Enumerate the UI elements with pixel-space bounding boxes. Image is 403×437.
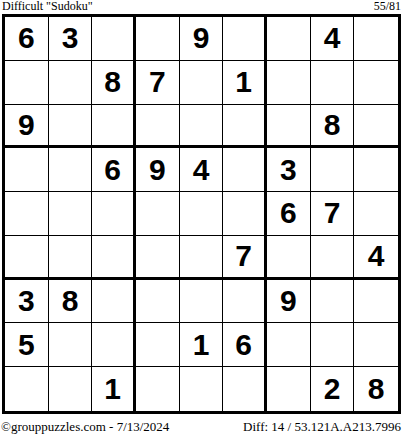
cell-r1c3[interactable] xyxy=(92,17,136,61)
cell-r3c6[interactable] xyxy=(223,105,267,149)
cell-r1c9[interactable] xyxy=(354,17,398,61)
cell-r4c9[interactable] xyxy=(354,148,398,192)
cell-r5c7[interactable]: 6 xyxy=(267,192,311,236)
cell-r4c3[interactable]: 6 xyxy=(92,148,136,192)
cell-r6c6[interactable]: 7 xyxy=(223,236,267,280)
cell-r2c8[interactable] xyxy=(311,61,355,105)
cell-r2c7[interactable] xyxy=(267,61,311,105)
cell-r5c3[interactable] xyxy=(92,192,136,236)
cell-r1c5[interactable]: 9 xyxy=(180,17,224,61)
cell-r6c9[interactable]: 4 xyxy=(354,236,398,280)
cells-remaining-counter: 55/81 xyxy=(374,0,401,13)
cell-r1c8[interactable]: 4 xyxy=(311,17,355,61)
cell-r9c2[interactable] xyxy=(49,367,93,411)
cell-r5c1[interactable] xyxy=(5,192,49,236)
cell-r7c7[interactable]: 9 xyxy=(267,280,311,324)
cell-r1c4[interactable] xyxy=(136,17,180,61)
cell-r4c4[interactable]: 9 xyxy=(136,148,180,192)
cell-r1c2[interactable]: 3 xyxy=(49,17,93,61)
cell-r9c4[interactable] xyxy=(136,367,180,411)
cell-r6c5[interactable] xyxy=(180,236,224,280)
cell-r3c2[interactable] xyxy=(49,105,93,149)
cell-r2c5[interactable] xyxy=(180,61,224,105)
cell-r8c4[interactable] xyxy=(136,323,180,367)
cell-r5c5[interactable] xyxy=(180,192,224,236)
cell-r1c6[interactable] xyxy=(223,17,267,61)
cell-r2c1[interactable] xyxy=(5,61,49,105)
cell-r7c3[interactable] xyxy=(92,280,136,324)
cell-r9c3[interactable]: 1 xyxy=(92,367,136,411)
cell-r4c2[interactable] xyxy=(49,148,93,192)
cell-r1c1[interactable]: 6 xyxy=(5,17,49,61)
cell-r8c3[interactable] xyxy=(92,323,136,367)
sudoku-page: Difficult "Sudoku" 55/81 639487198694367… xyxy=(0,0,403,437)
cell-r4c5[interactable]: 4 xyxy=(180,148,224,192)
cell-r3c5[interactable] xyxy=(180,105,224,149)
cell-r6c8[interactable] xyxy=(311,236,355,280)
cell-r9c8[interactable]: 2 xyxy=(311,367,355,411)
footer: ©grouppuzzles.com - 7/13/2024 Diff: 14 /… xyxy=(1,419,401,434)
cell-r2c3[interactable]: 8 xyxy=(92,61,136,105)
cell-r4c1[interactable] xyxy=(5,148,49,192)
cell-r9c6[interactable] xyxy=(223,367,267,411)
cell-r8c1[interactable]: 5 xyxy=(5,323,49,367)
cell-r7c1[interactable]: 3 xyxy=(5,280,49,324)
cell-r6c1[interactable] xyxy=(5,236,49,280)
cell-r5c9[interactable] xyxy=(354,192,398,236)
cell-r8c5[interactable]: 1 xyxy=(180,323,224,367)
cell-r3c7[interactable] xyxy=(267,105,311,149)
cell-r5c4[interactable] xyxy=(136,192,180,236)
cell-r4c7[interactable]: 3 xyxy=(267,148,311,192)
cell-r2c9[interactable] xyxy=(354,61,398,105)
cell-r8c2[interactable] xyxy=(49,323,93,367)
cell-r9c5[interactable] xyxy=(180,367,224,411)
cell-r2c4[interactable]: 7 xyxy=(136,61,180,105)
cell-r8c8[interactable] xyxy=(311,323,355,367)
cell-r3c8[interactable]: 8 xyxy=(311,105,355,149)
cell-r2c2[interactable] xyxy=(49,61,93,105)
cell-r4c6[interactable] xyxy=(223,148,267,192)
cell-r4c8[interactable] xyxy=(311,148,355,192)
difficulty-code: Diff: 14 / 53.121A.A213.7996 xyxy=(243,419,401,434)
header: Difficult "Sudoku" 55/81 xyxy=(2,0,401,13)
cell-r8c6[interactable]: 6 xyxy=(223,323,267,367)
cell-r6c4[interactable] xyxy=(136,236,180,280)
cell-r6c2[interactable] xyxy=(49,236,93,280)
cell-r5c2[interactable] xyxy=(49,192,93,236)
cell-r8c9[interactable] xyxy=(354,323,398,367)
cell-r6c3[interactable] xyxy=(92,236,136,280)
cell-r2c6[interactable]: 1 xyxy=(223,61,267,105)
cell-r5c6[interactable] xyxy=(223,192,267,236)
cell-r7c4[interactable] xyxy=(136,280,180,324)
cell-r3c1[interactable]: 9 xyxy=(5,105,49,149)
sudoku-board: 63948719869436774389516128 xyxy=(2,14,401,414)
cell-r8c7[interactable] xyxy=(267,323,311,367)
cell-r7c2[interactable]: 8 xyxy=(49,280,93,324)
cell-r9c1[interactable] xyxy=(5,367,49,411)
cell-r7c5[interactable] xyxy=(180,280,224,324)
puzzle-title: Difficult "Sudoku" xyxy=(2,0,93,13)
cell-r9c9[interactable]: 8 xyxy=(354,367,398,411)
cell-r5c8[interactable]: 7 xyxy=(311,192,355,236)
cell-r6c7[interactable] xyxy=(267,236,311,280)
cell-r7c6[interactable] xyxy=(223,280,267,324)
cell-r1c7[interactable] xyxy=(267,17,311,61)
copyright-text: ©grouppuzzles.com - 7/13/2024 xyxy=(1,419,169,434)
cell-r7c8[interactable] xyxy=(311,280,355,324)
cell-r9c7[interactable] xyxy=(267,367,311,411)
cell-r3c4[interactable] xyxy=(136,105,180,149)
cell-r7c9[interactable] xyxy=(354,280,398,324)
cell-r3c9[interactable] xyxy=(354,105,398,149)
cell-r3c3[interactable] xyxy=(92,105,136,149)
